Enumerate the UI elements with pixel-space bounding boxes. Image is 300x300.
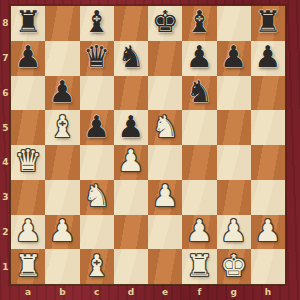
black-knight-f6[interactable]: ♞ <box>186 77 213 107</box>
file-label-g: g <box>217 284 251 300</box>
square-h1[interactable] <box>251 249 285 284</box>
square-g4[interactable] <box>217 145 251 180</box>
black-rook-a8[interactable]: ♜ <box>15 7 42 37</box>
square-h4[interactable] <box>251 145 285 180</box>
square-c7[interactable]: ♛ <box>80 41 114 76</box>
square-f2[interactable]: ♟ <box>182 215 216 250</box>
square-g3[interactable] <box>217 180 251 215</box>
white-pawn-b2[interactable]: ♟ <box>49 216 76 246</box>
square-e1[interactable] <box>148 249 182 284</box>
black-pawn-d5[interactable]: ♟ <box>117 112 144 142</box>
square-a4[interactable]: ♛ <box>11 145 45 180</box>
file-label-h: h <box>251 284 285 300</box>
square-e2[interactable] <box>148 215 182 250</box>
square-a1[interactable]: ♜ <box>11 249 45 284</box>
rank-label-6: 6 <box>0 76 11 111</box>
square-c4[interactable] <box>80 145 114 180</box>
square-h6[interactable] <box>251 76 285 111</box>
file-label-b: b <box>45 284 79 300</box>
square-d7[interactable]: ♞ <box>114 41 148 76</box>
square-b2[interactable]: ♟ <box>45 215 79 250</box>
rank-label-8: 8 <box>0 6 11 41</box>
file-label-d: d <box>114 284 148 300</box>
black-rook-h8[interactable]: ♜ <box>254 7 281 37</box>
square-c6[interactable] <box>80 76 114 111</box>
square-g8[interactable] <box>217 6 251 41</box>
square-e8[interactable]: ♚ <box>148 6 182 41</box>
square-b4[interactable] <box>45 145 79 180</box>
square-a5[interactable] <box>11 110 45 145</box>
square-c1[interactable]: ♝ <box>80 249 114 284</box>
black-bishop-c8[interactable]: ♝ <box>83 7 110 37</box>
white-queen-a4[interactable]: ♛ <box>15 146 42 176</box>
square-f8[interactable]: ♝ <box>182 6 216 41</box>
file-label-a: a <box>11 284 45 300</box>
white-knight-e5[interactable]: ♞ <box>152 112 179 142</box>
black-knight-d7[interactable]: ♞ <box>117 42 144 72</box>
file-label-f: f <box>182 284 216 300</box>
white-pawn-e3[interactable]: ♟ <box>152 181 179 211</box>
file-label-e: e <box>148 284 182 300</box>
black-pawn-g7[interactable]: ♟ <box>220 42 247 72</box>
square-h5[interactable] <box>251 110 285 145</box>
square-c2[interactable] <box>80 215 114 250</box>
square-f5[interactable] <box>182 110 216 145</box>
square-a6[interactable] <box>11 76 45 111</box>
square-c3[interactable]: ♞ <box>80 180 114 215</box>
rank-label-4: 4 <box>0 145 11 180</box>
black-bishop-f8[interactable]: ♝ <box>186 7 213 37</box>
square-c5[interactable]: ♟ <box>80 110 114 145</box>
file-label-c: c <box>80 284 114 300</box>
square-e3[interactable]: ♟ <box>148 180 182 215</box>
white-rook-f1[interactable]: ♜ <box>186 251 213 281</box>
file-labels: abcdefgh <box>11 284 285 300</box>
white-bishop-c1[interactable]: ♝ <box>83 251 110 281</box>
white-rook-a1[interactable]: ♜ <box>15 251 42 281</box>
square-c8[interactable]: ♝ <box>80 6 114 41</box>
white-knight-c3[interactable]: ♞ <box>83 181 110 211</box>
square-e4[interactable] <box>148 145 182 180</box>
square-d2[interactable] <box>114 215 148 250</box>
rank-label-7: 7 <box>0 41 11 76</box>
square-b1[interactable] <box>45 249 79 284</box>
black-pawn-c5[interactable]: ♟ <box>83 112 110 142</box>
square-h3[interactable] <box>251 180 285 215</box>
square-a7[interactable]: ♟ <box>11 41 45 76</box>
white-pawn-h2[interactable]: ♟ <box>254 216 281 246</box>
square-b7[interactable] <box>45 41 79 76</box>
square-d8[interactable] <box>114 6 148 41</box>
square-e6[interactable] <box>148 76 182 111</box>
square-f4[interactable] <box>182 145 216 180</box>
black-pawn-a7[interactable]: ♟ <box>15 42 42 72</box>
white-pawn-f2[interactable]: ♟ <box>186 216 213 246</box>
square-f7[interactable]: ♟ <box>182 41 216 76</box>
square-f6[interactable]: ♞ <box>182 76 216 111</box>
black-pawn-h7[interactable]: ♟ <box>254 42 281 72</box>
square-b3[interactable] <box>45 180 79 215</box>
square-b6[interactable]: ♟ <box>45 76 79 111</box>
square-a3[interactable] <box>11 180 45 215</box>
board: ♜♝♚♝♜♟♛♞♟♟♟♟♞♝♟♟♞♛♟♞♟♟♟♟♟♟♜♝♜♚ <box>11 6 285 284</box>
square-b8[interactable] <box>45 6 79 41</box>
white-king-g1[interactable]: ♚ <box>220 251 247 281</box>
rank-labels: 87654321 <box>0 6 11 284</box>
rank-label-1: 1 <box>0 249 11 284</box>
square-b5[interactable]: ♝ <box>45 110 79 145</box>
square-g2[interactable]: ♟ <box>217 215 251 250</box>
square-e7[interactable] <box>148 41 182 76</box>
square-d6[interactable] <box>114 76 148 111</box>
square-d5[interactable]: ♟ <box>114 110 148 145</box>
white-pawn-a2[interactable]: ♟ <box>15 216 42 246</box>
black-king-e8[interactable]: ♚ <box>152 7 179 37</box>
white-bishop-b5[interactable]: ♝ <box>49 112 76 142</box>
square-e5[interactable]: ♞ <box>148 110 182 145</box>
square-a8[interactable]: ♜ <box>11 6 45 41</box>
square-f1[interactable]: ♜ <box>182 249 216 284</box>
black-pawn-b6[interactable]: ♟ <box>49 77 76 107</box>
black-pawn-f7[interactable]: ♟ <box>186 42 213 72</box>
square-g1[interactable]: ♚ <box>217 249 251 284</box>
square-g5[interactable] <box>217 110 251 145</box>
chess-diagram: ♜♝♚♝♜♟♛♞♟♟♟♟♞♝♟♟♞♛♟♞♟♟♟♟♟♟♜♝♜♚ 87654321 … <box>0 0 300 300</box>
square-g7[interactable]: ♟ <box>217 41 251 76</box>
square-h2[interactable]: ♟ <box>251 215 285 250</box>
square-f3[interactable] <box>182 180 216 215</box>
white-pawn-d4[interactable]: ♟ <box>117 146 144 176</box>
square-d4[interactable]: ♟ <box>114 145 148 180</box>
black-queen-c7[interactable]: ♛ <box>83 42 110 72</box>
square-d3[interactable] <box>114 180 148 215</box>
square-h7[interactable]: ♟ <box>251 41 285 76</box>
square-g6[interactable] <box>217 76 251 111</box>
rank-label-5: 5 <box>0 110 11 145</box>
square-h8[interactable]: ♜ <box>251 6 285 41</box>
square-d1[interactable] <box>114 249 148 284</box>
square-a2[interactable]: ♟ <box>11 215 45 250</box>
white-pawn-g2[interactable]: ♟ <box>220 216 247 246</box>
rank-label-2: 2 <box>0 215 11 250</box>
rank-label-3: 3 <box>0 180 11 215</box>
